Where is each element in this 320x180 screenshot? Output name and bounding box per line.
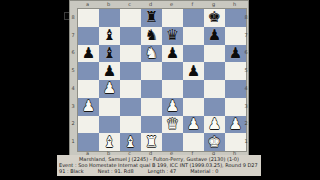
move-indicator-text: 91 : Black <box>59 168 84 174</box>
square-b2 <box>99 116 120 134</box>
length-text: Length : 47 <box>148 168 176 174</box>
status-line: 91 : Black Next : 91. Rd8 Length : 47 Ma… <box>57 168 261 174</box>
piece-white-pawn: ♟ <box>166 99 179 114</box>
coord-label: 3 <box>243 97 249 115</box>
game-info-panel: Marshland, Samuel J (2245) - Fulton-Perr… <box>57 155 261 176</box>
square-a6: ♟ <box>78 45 99 63</box>
coord-label: h <box>224 1 245 8</box>
square-c8 <box>120 9 141 27</box>
square-b8 <box>99 9 120 27</box>
square-e3: ♟ <box>162 98 183 116</box>
coord-label: 2 <box>243 115 249 133</box>
square-e4 <box>162 80 183 98</box>
piece-white-pawn: ♟ <box>82 99 95 114</box>
piece-black-bishop: ♝ <box>103 46 116 61</box>
square-d7: ♞ <box>141 27 162 45</box>
square-b4: ♟ <box>99 80 120 98</box>
video-frame: abcdefgh 87654321 ♜♚♝♞♛♟♟♝♞♟♟♟♟♟♟♟♛♟♟♟♝♝… <box>0 0 320 180</box>
piece-white-bishop: ♝ <box>103 135 116 150</box>
square-b5: ♟ <box>99 62 120 80</box>
square-c3 <box>120 98 141 116</box>
coord-label: a <box>77 1 98 8</box>
coord-label: 1 <box>243 132 249 150</box>
coord-label: 6 <box>70 44 76 62</box>
piece-black-pawn: ♟ <box>103 64 116 79</box>
coord-label: 7 <box>70 26 76 44</box>
square-c4 <box>120 80 141 98</box>
square-g8: ♚ <box>204 9 225 27</box>
piece-white-king: ♚ <box>208 135 221 150</box>
square-g6 <box>204 45 225 63</box>
piece-white-queen: ♛ <box>166 117 179 132</box>
coord-label: 2 <box>70 115 76 133</box>
piece-black-king: ♚ <box>208 10 221 25</box>
piece-white-pawn: ♟ <box>187 117 200 132</box>
piece-white-rook: ♜ <box>145 135 158 150</box>
square-e5 <box>162 62 183 80</box>
square-d8: ♜ <box>141 9 162 27</box>
square-b6: ♝ <box>99 45 120 63</box>
square-a3: ♟ <box>78 98 99 116</box>
coord-label: 5 <box>70 61 76 79</box>
square-c5 <box>120 62 141 80</box>
piece-white-pawn: ♟ <box>103 81 116 96</box>
square-c2 <box>120 116 141 134</box>
coord-label: 8 <box>70 8 76 26</box>
piece-black-pawn: ♟ <box>166 46 179 61</box>
piece-black-knight: ♞ <box>145 28 158 43</box>
coord-label: 1 <box>70 132 76 150</box>
coord-label: f <box>182 1 203 8</box>
coord-label: 4 <box>70 79 76 97</box>
coord-label: d <box>140 1 161 8</box>
square-d2 <box>141 116 162 134</box>
coord-label: e <box>161 1 182 8</box>
square-f4 <box>183 80 204 98</box>
piece-white-pawn: ♟ <box>229 117 242 132</box>
coord-label: c <box>119 1 140 8</box>
coord-label: 6 <box>243 44 249 62</box>
coord-label: 4 <box>243 79 249 97</box>
coord-label: b <box>98 1 119 8</box>
coord-label: 3 <box>70 97 76 115</box>
square-c6 <box>120 45 141 63</box>
square-a8 <box>78 9 99 27</box>
square-g7: ♟ <box>204 27 225 45</box>
square-f7 <box>183 27 204 45</box>
rank-labels-right: 87654321 <box>243 8 249 150</box>
piece-black-bishop: ♝ <box>103 28 116 43</box>
piece-black-pawn: ♟ <box>208 28 221 43</box>
square-d1: ♜ <box>141 133 162 151</box>
square-g1: ♚ <box>204 133 225 151</box>
square-f1 <box>183 133 204 151</box>
square-f5: ♟ <box>183 62 204 80</box>
piece-white-knight: ♞ <box>145 46 158 61</box>
piece-white-bishop: ♝ <box>124 135 137 150</box>
square-e7: ♛ <box>162 27 183 45</box>
coord-label: g <box>203 1 224 8</box>
square-e2: ♛ <box>162 116 183 134</box>
piece-black-pawn: ♟ <box>229 46 242 61</box>
square-a5 <box>78 62 99 80</box>
rank-labels-left: 87654321 <box>70 8 76 150</box>
square-g2: ♟ <box>204 116 225 134</box>
square-f8 <box>183 9 204 27</box>
square-a4 <box>78 80 99 98</box>
square-g5 <box>204 62 225 80</box>
square-g3 <box>204 98 225 116</box>
square-f6 <box>183 45 204 63</box>
coord-label: 8 <box>243 8 249 26</box>
square-b7: ♝ <box>99 27 120 45</box>
square-f2: ♟ <box>183 116 204 134</box>
square-c1: ♝ <box>120 133 141 151</box>
next-move-text: Next : 91. Rd8 <box>98 168 134 174</box>
square-d3 <box>141 98 162 116</box>
square-c7 <box>120 27 141 45</box>
square-d6: ♞ <box>141 45 162 63</box>
square-a2 <box>78 116 99 134</box>
piece-black-rook: ♜ <box>145 10 158 25</box>
square-f3 <box>183 98 204 116</box>
square-e8 <box>162 9 183 27</box>
chess-board: ♜♚♝♞♛♟♟♝♞♟♟♟♟♟♟♟♛♟♟♟♝♝♜♚ <box>77 8 247 152</box>
piece-black-pawn: ♟ <box>187 64 200 79</box>
chess-board-frame: abcdefgh 87654321 ♜♚♝♞♛♟♟♝♞♟♟♟♟♟♟♟♛♟♟♟♝♝… <box>69 0 249 156</box>
material-text: Material : 0 <box>190 168 218 174</box>
coord-label: 5 <box>243 61 249 79</box>
square-d4 <box>141 80 162 98</box>
piece-black-queen: ♛ <box>166 28 179 43</box>
piece-white-pawn: ♟ <box>208 117 221 132</box>
square-a7 <box>78 27 99 45</box>
square-g4 <box>204 80 225 98</box>
piece-black-pawn: ♟ <box>82 46 95 61</box>
coord-label: 7 <box>243 26 249 44</box>
square-e1 <box>162 133 183 151</box>
square-e6: ♟ <box>162 45 183 63</box>
square-b1: ♝ <box>99 133 120 151</box>
square-d5 <box>141 62 162 80</box>
file-labels-top: abcdefgh <box>77 1 245 8</box>
square-a1 <box>78 133 99 151</box>
square-b3 <box>99 98 120 116</box>
